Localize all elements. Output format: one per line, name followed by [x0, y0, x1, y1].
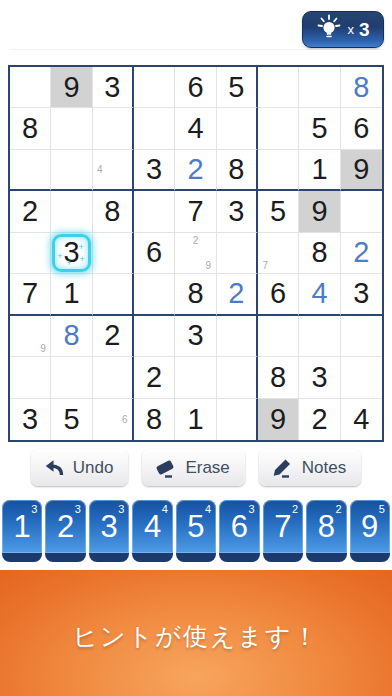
cell-value: 8 — [104, 197, 120, 226]
numpad-digit: 9 — [361, 511, 378, 542]
cell-r5c8[interactable]: 8 — [299, 233, 340, 274]
cell-r8c4[interactable]: 2 — [134, 357, 175, 398]
cell-r7c1[interactable]: 9 — [10, 316, 51, 357]
cell-r7c3[interactable]: 2 — [93, 316, 134, 357]
cell-value: 2 — [311, 405, 327, 434]
numpad-remaining-count: 3 — [31, 503, 37, 515]
numpad-button-7[interactable]: 72 — [263, 500, 303, 562]
cell-value: 2 — [353, 238, 369, 267]
cell-r4c9[interactable] — [341, 191, 382, 232]
cell-r8c3[interactable] — [93, 357, 134, 398]
cell-value: 3 — [228, 197, 244, 226]
cell-r2c3[interactable] — [93, 108, 134, 149]
cell-r2c4[interactable] — [134, 108, 175, 149]
numpad-button-6[interactable]: 63 — [219, 500, 259, 562]
cell-r4c1[interactable]: 2 — [10, 191, 51, 232]
erase-button[interactable]: Erase — [142, 449, 244, 486]
cell-value: 5 — [63, 405, 79, 434]
cell-r7c6[interactable] — [217, 316, 258, 357]
cell-r9c5[interactable]: 1 — [175, 399, 216, 440]
cell-value: 5 — [311, 114, 327, 143]
cell-value: 2 — [22, 197, 38, 226]
cell-value: 8 — [146, 405, 162, 434]
pencil-notes: 29 — [176, 234, 214, 272]
numpad-button-1[interactable]: 13 — [2, 500, 42, 562]
cell-r1c8[interactable] — [299, 67, 340, 108]
cell-r6c9[interactable]: 3 — [341, 274, 382, 315]
numpad-button-8[interactable]: 82 — [306, 500, 346, 562]
cell-r4c2[interactable] — [51, 191, 92, 232]
numpad-button-3[interactable]: 33 — [89, 500, 129, 562]
hint-count: 3 — [359, 19, 370, 41]
cell-r9c8[interactable]: 2 — [299, 399, 340, 440]
cell-r9c6[interactable] — [217, 399, 258, 440]
cell-r9c4[interactable]: 8 — [134, 399, 175, 440]
cell-r1c9[interactable]: 8 — [341, 67, 382, 108]
note-digit: 9 — [37, 342, 50, 355]
cell-r1c6[interactable]: 5 — [217, 67, 258, 108]
undo-button[interactable]: Undo — [31, 449, 129, 486]
note-digit: 2 — [189, 234, 202, 247]
cell-r9c3[interactable]: 6 — [93, 399, 134, 440]
note-digit: 9 — [202, 259, 215, 272]
sudoku-app-screen: x 3 936588456432819287359++++36297827182… — [0, 0, 392, 696]
notes-button[interactable]: Notes — [259, 449, 361, 486]
cell-r2c1[interactable]: 8 — [10, 108, 51, 149]
cell-r8c6[interactable] — [217, 357, 258, 398]
cell-r7c4[interactable] — [134, 316, 175, 357]
cell-value: 2 — [228, 279, 244, 308]
cell-r2c2[interactable] — [51, 108, 92, 149]
number-pad: 132333445463728295 — [2, 500, 390, 562]
cell-value: 9 — [270, 405, 286, 434]
cell-r8c9[interactable] — [341, 357, 382, 398]
numpad-digit: 2 — [57, 511, 74, 542]
sparkle-icon: + — [79, 255, 84, 264]
cell-r8c1[interactable] — [10, 357, 51, 398]
sparkle-icon: + — [66, 259, 71, 268]
cell-r4c6[interactable]: 3 — [217, 191, 258, 232]
cell-r6c8[interactable]: 4 — [299, 274, 340, 315]
cell-r6c2[interactable]: 1 — [51, 274, 92, 315]
cell-value: 6 — [146, 238, 162, 267]
cell-value: 8 — [228, 155, 244, 184]
cell-r2c5[interactable]: 4 — [175, 108, 216, 149]
promo-banner-text: ヒントが使えます！ — [0, 620, 392, 653]
numpad-digit: 8 — [318, 511, 335, 542]
cell-value: 2 — [104, 321, 120, 350]
cell-r2c6[interactable] — [217, 108, 258, 149]
cell-value: 8 — [311, 238, 327, 267]
pencil-icon — [270, 456, 295, 480]
cell-value: 8 — [63, 321, 79, 350]
cell-r2c8[interactable]: 5 — [299, 108, 340, 149]
undo-arrow-icon — [42, 456, 66, 480]
lightbulb-icon — [316, 14, 342, 45]
cell-r9c9[interactable]: 4 — [341, 399, 382, 440]
cell-r7c8[interactable] — [299, 316, 340, 357]
cell-r3c7[interactable] — [258, 150, 299, 191]
numpad-remaining-count: 2 — [335, 503, 341, 515]
cell-r9c1[interactable]: 3 — [10, 399, 51, 440]
numpad-digit: 7 — [274, 511, 291, 542]
cell-r1c1[interactable] — [10, 67, 51, 108]
cell-r8c2[interactable] — [51, 357, 92, 398]
cell-r6c7[interactable]: 6 — [258, 274, 299, 315]
numpad-button-4[interactable]: 44 — [132, 500, 172, 562]
cell-r1c5[interactable]: 6 — [175, 67, 216, 108]
toolbar: Undo Erase Notes — [0, 449, 392, 486]
note-digit: 7 — [259, 259, 272, 272]
cell-r8c7[interactable]: 8 — [258, 357, 299, 398]
numpad-remaining-count: 3 — [118, 503, 124, 515]
cell-value: 8 — [270, 363, 286, 392]
cell-r1c4[interactable] — [134, 67, 175, 108]
cell-value: 6 — [270, 279, 286, 308]
cell-r1c7[interactable] — [258, 67, 299, 108]
cell-r4c5[interactable]: 7 — [175, 191, 216, 232]
sparkle-icon: + — [78, 243, 83, 252]
promo-banner[interactable]: ヒントが使えます！ — [0, 570, 392, 696]
numpad-digit: 5 — [187, 511, 204, 542]
cell-r7c2[interactable]: 8 — [51, 316, 92, 357]
cell-r2c7[interactable] — [258, 108, 299, 149]
sparkle-icon: + — [57, 252, 62, 261]
numpad-digit: 3 — [100, 511, 117, 542]
numpad-digit: 1 — [14, 511, 31, 542]
erase-label: Erase — [185, 458, 229, 478]
cell-value: 5 — [270, 197, 286, 226]
cell-r3c1[interactable] — [10, 150, 51, 191]
hint-button[interactable]: x 3 — [302, 11, 384, 48]
cell-r7c7[interactable] — [258, 316, 299, 357]
hint-multiplier-label: x — [347, 22, 354, 37]
cell-value: 7 — [187, 197, 203, 226]
cell-value: 3 — [146, 155, 162, 184]
cell-r5c9[interactable]: 2 — [341, 233, 382, 274]
cell-r5c4[interactable]: 6 — [134, 233, 175, 274]
numpad-remaining-count: 2 — [292, 503, 298, 515]
cell-r3c3[interactable]: 4 — [93, 150, 134, 191]
undo-label: Undo — [73, 458, 114, 478]
cell-r4c3[interactable]: 8 — [93, 191, 134, 232]
note-digit: 4 — [94, 163, 106, 175]
numpad-remaining-count: 5 — [379, 503, 385, 515]
cell-value: 9 — [311, 197, 327, 226]
cell-r4c8[interactable]: 9 — [299, 191, 340, 232]
cell-value: 4 — [187, 114, 203, 143]
cell-value: 9 — [353, 155, 369, 184]
cell-r3c5[interactable]: 2 — [175, 150, 216, 191]
numpad-button-9[interactable]: 95 — [350, 500, 390, 562]
cell-value: 7 — [22, 279, 38, 308]
cell-r6c1[interactable]: 7 — [10, 274, 51, 315]
numpad-remaining-count: 3 — [75, 503, 81, 515]
cell-r5c3[interactable] — [93, 233, 134, 274]
cell-value: 3 — [104, 73, 120, 102]
cell-r6c6[interactable]: 2 — [217, 274, 258, 315]
note-digit: 6 — [119, 413, 131, 426]
cell-value: 1 — [311, 155, 327, 184]
cell-r3c8[interactable]: 1 — [299, 150, 340, 191]
cell-r1c3[interactable]: 3 — [93, 67, 134, 108]
cell-value: 6 — [187, 73, 203, 102]
cell-r9c7[interactable]: 9 — [258, 399, 299, 440]
cell-value: 8 — [22, 114, 38, 143]
cell-r7c9[interactable] — [341, 316, 382, 357]
numpad-remaining-count: 4 — [162, 503, 168, 515]
sudoku-board: 936588456432819287359++++362978271826439… — [8, 65, 384, 442]
cell-r5c5[interactable]: 29 — [175, 233, 216, 274]
cell-r3c2[interactable] — [51, 150, 92, 191]
cell-value: 6 — [353, 114, 369, 143]
cell-r5c2[interactable]: ++++3 — [51, 233, 92, 274]
cell-value: 8 — [187, 279, 203, 308]
cell-value: 3 — [353, 279, 369, 308]
numpad-button-5[interactable]: 54 — [176, 500, 216, 562]
cell-value: 9 — [63, 73, 79, 102]
cell-value: 8 — [353, 73, 369, 102]
cell-value: 2 — [146, 363, 162, 392]
eraser-icon — [153, 456, 178, 480]
cell-value: 2 — [187, 155, 203, 184]
cell-r3c6[interactable]: 8 — [217, 150, 258, 191]
cell-r8c5[interactable] — [175, 357, 216, 398]
numpad-remaining-count: 3 — [249, 503, 255, 515]
cell-r3c4[interactable]: 3 — [134, 150, 175, 191]
numpad-button-2[interactable]: 23 — [45, 500, 85, 562]
cell-r3c9[interactable]: 9 — [341, 150, 382, 191]
cell-r4c4[interactable] — [134, 191, 175, 232]
pencil-notes: 4 — [94, 151, 131, 188]
cell-value: 3 — [187, 321, 203, 350]
cell-r5c6[interactable] — [217, 233, 258, 274]
cell-r5c7[interactable]: 7 — [258, 233, 299, 274]
header-divider — [10, 49, 382, 50]
notes-label: Notes — [302, 458, 346, 478]
pencil-notes: 9 — [11, 317, 49, 355]
cell-r6c5[interactable]: 8 — [175, 274, 216, 315]
cell-r2c9[interactable]: 6 — [341, 108, 382, 149]
cell-r7c5[interactable]: 3 — [175, 316, 216, 357]
cell-r8c8[interactable]: 3 — [299, 357, 340, 398]
cell-r5c1[interactable] — [10, 233, 51, 274]
cell-value: 5 — [228, 73, 244, 102]
cell-r9c2[interactable]: 5 — [51, 399, 92, 440]
cell-r1c2[interactable]: 9 — [51, 67, 92, 108]
cell-value: 4 — [353, 405, 369, 434]
cell-value: 4 — [311, 279, 327, 308]
pencil-notes: 7 — [259, 234, 297, 272]
cell-r6c4[interactable] — [134, 274, 175, 315]
cell-value: 3 — [22, 405, 38, 434]
numpad-remaining-count: 4 — [205, 503, 211, 515]
cell-value: 3 — [311, 363, 327, 392]
pencil-notes: 6 — [94, 400, 131, 439]
cell-value: 1 — [187, 405, 203, 434]
cell-value: 1 — [63, 279, 79, 308]
cell-r6c3[interactable] — [93, 274, 134, 315]
numpad-digit: 6 — [231, 511, 248, 542]
numpad-digit: 4 — [144, 511, 161, 542]
cell-r4c7[interactable]: 5 — [258, 191, 299, 232]
